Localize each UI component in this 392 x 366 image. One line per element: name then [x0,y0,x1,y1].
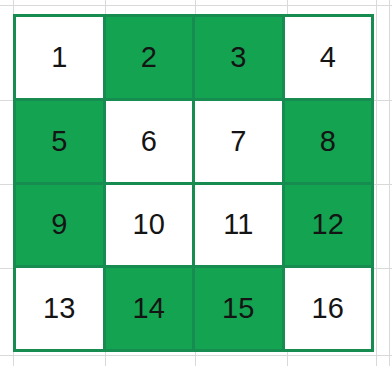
spreadsheet-canvas: 12345678910111213141516 [0,0,392,366]
grid-cell-r3c4[interactable]: 12 [285,185,372,266]
grid-cell-r3c3[interactable]: 11 [195,185,282,266]
grid-cell-r2c4[interactable]: 8 [285,101,372,182]
grid-cell-r1c4[interactable]: 4 [285,17,372,98]
grid-cell-r2c1[interactable]: 5 [16,101,103,182]
grid-cell-r1c3[interactable]: 3 [195,17,282,98]
grid-cell-r4c4[interactable]: 16 [285,268,372,349]
sheet-gridline-horizontal [0,5,392,6]
sheet-gridline-horizontal [0,355,392,356]
grid-cell-r1c1[interactable]: 1 [16,17,103,98]
grid-cell-r4c1[interactable]: 13 [16,268,103,349]
number-grid-board: 12345678910111213141516 [13,14,374,352]
grid-cell-r2c3[interactable]: 7 [195,101,282,182]
grid-cell-r1c2[interactable]: 2 [106,17,193,98]
grid-cell-r3c2[interactable]: 10 [106,185,193,266]
grid-cell-r4c2[interactable]: 14 [106,268,193,349]
sheet-gridline-vertical [376,0,377,366]
grid-cell-r2c2[interactable]: 6 [106,101,193,182]
grid-cell-r3c1[interactable]: 9 [16,185,103,266]
sheet-gridline-vertical [389,0,390,366]
grid-cell-r4c3[interactable]: 15 [195,268,282,349]
